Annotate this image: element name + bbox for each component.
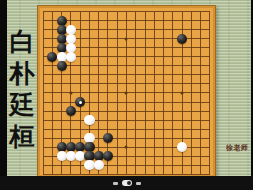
intersection[interactable] bbox=[205, 70, 214, 79]
intersection[interactable] bbox=[168, 107, 177, 116]
intersection[interactable] bbox=[196, 7, 205, 16]
intersection[interactable] bbox=[57, 107, 66, 116]
intersection[interactable] bbox=[177, 116, 186, 125]
intersection[interactable] bbox=[131, 125, 140, 134]
intersection[interactable] bbox=[66, 79, 75, 88]
intersection[interactable] bbox=[85, 16, 94, 25]
intersection[interactable] bbox=[177, 107, 186, 116]
intersection[interactable] bbox=[140, 125, 149, 134]
intersection[interactable] bbox=[159, 25, 168, 34]
intersection[interactable] bbox=[57, 25, 66, 34]
intersection[interactable] bbox=[177, 43, 186, 52]
intersection[interactable] bbox=[196, 34, 205, 43]
intersection[interactable] bbox=[57, 152, 66, 161]
intersection[interactable] bbox=[76, 79, 85, 88]
intersection[interactable] bbox=[48, 79, 57, 88]
intersection[interactable] bbox=[131, 52, 140, 61]
control-left-icon[interactable] bbox=[113, 182, 118, 185]
intersection[interactable] bbox=[140, 98, 149, 107]
intersection[interactable] bbox=[113, 34, 122, 43]
intersection[interactable] bbox=[196, 61, 205, 70]
intersection[interactable] bbox=[122, 98, 131, 107]
intersection[interactable] bbox=[177, 98, 186, 107]
intersection[interactable] bbox=[159, 34, 168, 43]
intersection[interactable] bbox=[39, 7, 48, 16]
intersection[interactable] bbox=[140, 116, 149, 125]
intersection[interactable] bbox=[159, 52, 168, 61]
intersection[interactable] bbox=[76, 61, 85, 70]
intersection[interactable] bbox=[150, 7, 159, 16]
intersection[interactable] bbox=[39, 34, 48, 43]
intersection[interactable] bbox=[94, 25, 103, 34]
intersection[interactable] bbox=[113, 52, 122, 61]
intersection[interactable] bbox=[205, 16, 214, 25]
intersection[interactable] bbox=[57, 70, 66, 79]
intersection[interactable] bbox=[150, 161, 159, 170]
intersection[interactable] bbox=[205, 98, 214, 107]
intersection[interactable] bbox=[187, 116, 196, 125]
play-toggle-icon[interactable] bbox=[122, 180, 132, 186]
intersection[interactable] bbox=[57, 98, 66, 107]
intersection[interactable] bbox=[122, 116, 131, 125]
intersection[interactable] bbox=[131, 70, 140, 79]
go-board-grid[interactable] bbox=[39, 7, 215, 178]
intersection[interactable] bbox=[48, 98, 57, 107]
intersection[interactable] bbox=[159, 61, 168, 70]
intersection[interactable] bbox=[113, 16, 122, 25]
intersection[interactable] bbox=[177, 52, 186, 61]
intersection[interactable] bbox=[159, 107, 168, 116]
intersection[interactable] bbox=[103, 7, 112, 16]
intersection[interactable] bbox=[94, 161, 103, 170]
intersection[interactable] bbox=[140, 52, 149, 61]
intersection[interactable] bbox=[159, 70, 168, 79]
intersection[interactable] bbox=[187, 43, 196, 52]
intersection[interactable] bbox=[150, 134, 159, 143]
intersection[interactable] bbox=[113, 25, 122, 34]
intersection[interactable] bbox=[150, 61, 159, 70]
intersection[interactable] bbox=[196, 143, 205, 152]
intersection[interactable] bbox=[122, 125, 131, 134]
intersection[interactable] bbox=[131, 116, 140, 125]
intersection[interactable] bbox=[140, 143, 149, 152]
intersection[interactable] bbox=[131, 61, 140, 70]
intersection[interactable] bbox=[113, 152, 122, 161]
intersection[interactable] bbox=[150, 107, 159, 116]
intersection[interactable] bbox=[76, 43, 85, 52]
intersection[interactable] bbox=[122, 70, 131, 79]
intersection[interactable] bbox=[66, 7, 75, 16]
intersection[interactable] bbox=[205, 61, 214, 70]
intersection[interactable] bbox=[177, 61, 186, 70]
black-stone[interactable] bbox=[177, 34, 187, 44]
go-board[interactable] bbox=[37, 5, 216, 178]
intersection[interactable] bbox=[48, 152, 57, 161]
intersection[interactable] bbox=[187, 61, 196, 70]
intersection[interactable] bbox=[48, 134, 57, 143]
intersection[interactable] bbox=[140, 34, 149, 43]
intersection[interactable] bbox=[187, 52, 196, 61]
intersection[interactable] bbox=[168, 125, 177, 134]
intersection[interactable] bbox=[205, 25, 214, 34]
intersection[interactable] bbox=[66, 107, 75, 116]
intersection[interactable] bbox=[168, 79, 177, 88]
white-stone[interactable] bbox=[66, 52, 76, 62]
intersection[interactable] bbox=[150, 152, 159, 161]
intersection[interactable] bbox=[187, 125, 196, 134]
intersection[interactable] bbox=[131, 134, 140, 143]
intersection[interactable] bbox=[196, 16, 205, 25]
intersection[interactable] bbox=[103, 61, 112, 70]
intersection[interactable] bbox=[39, 79, 48, 88]
intersection[interactable] bbox=[85, 34, 94, 43]
intersection[interactable] bbox=[187, 34, 196, 43]
intersection[interactable] bbox=[103, 25, 112, 34]
intersection[interactable] bbox=[150, 79, 159, 88]
intersection[interactable] bbox=[94, 70, 103, 79]
intersection[interactable] bbox=[39, 143, 48, 152]
intersection[interactable] bbox=[103, 70, 112, 79]
intersection[interactable] bbox=[168, 70, 177, 79]
intersection[interactable] bbox=[168, 98, 177, 107]
intersection[interactable] bbox=[85, 61, 94, 70]
intersection[interactable] bbox=[177, 88, 186, 97]
intersection[interactable] bbox=[57, 161, 66, 170]
black-stone[interactable] bbox=[57, 61, 67, 71]
intersection[interactable] bbox=[66, 25, 75, 34]
intersection[interactable] bbox=[94, 88, 103, 97]
intersection[interactable] bbox=[113, 43, 122, 52]
intersection[interactable] bbox=[94, 43, 103, 52]
intersection[interactable] bbox=[85, 98, 94, 107]
intersection[interactable] bbox=[131, 98, 140, 107]
intersection[interactable] bbox=[85, 70, 94, 79]
intersection[interactable] bbox=[122, 43, 131, 52]
intersection[interactable] bbox=[168, 116, 177, 125]
intersection[interactable] bbox=[113, 70, 122, 79]
intersection[interactable] bbox=[94, 79, 103, 88]
intersection[interactable] bbox=[66, 16, 75, 25]
intersection[interactable] bbox=[140, 25, 149, 34]
intersection[interactable] bbox=[113, 116, 122, 125]
intersection[interactable] bbox=[57, 52, 66, 61]
intersection[interactable] bbox=[103, 16, 112, 25]
intersection[interactable] bbox=[122, 16, 131, 25]
intersection[interactable] bbox=[48, 161, 57, 170]
intersection[interactable] bbox=[66, 161, 75, 170]
intersection[interactable] bbox=[76, 107, 85, 116]
intersection[interactable] bbox=[48, 16, 57, 25]
intersection[interactable] bbox=[150, 116, 159, 125]
intersection[interactable] bbox=[85, 161, 94, 170]
intersection[interactable] bbox=[168, 161, 177, 170]
intersection[interactable] bbox=[122, 134, 131, 143]
intersection[interactable] bbox=[103, 161, 112, 170]
intersection[interactable] bbox=[113, 134, 122, 143]
intersection[interactable] bbox=[39, 116, 48, 125]
intersection[interactable] bbox=[76, 125, 85, 134]
intersection[interactable] bbox=[205, 88, 214, 97]
white-stone[interactable] bbox=[94, 160, 104, 170]
intersection[interactable] bbox=[85, 88, 94, 97]
intersection[interactable] bbox=[168, 7, 177, 16]
intersection[interactable] bbox=[131, 88, 140, 97]
intersection[interactable] bbox=[48, 70, 57, 79]
intersection[interactable] bbox=[168, 43, 177, 52]
intersection[interactable] bbox=[131, 152, 140, 161]
intersection[interactable] bbox=[57, 125, 66, 134]
intersection[interactable] bbox=[94, 61, 103, 70]
intersection[interactable] bbox=[122, 152, 131, 161]
intersection[interactable] bbox=[187, 16, 196, 25]
intersection[interactable] bbox=[39, 98, 48, 107]
intersection[interactable] bbox=[187, 107, 196, 116]
intersection[interactable] bbox=[131, 43, 140, 52]
intersection[interactable] bbox=[150, 34, 159, 43]
intersection[interactable] bbox=[94, 34, 103, 43]
intersection[interactable] bbox=[66, 43, 75, 52]
intersection[interactable] bbox=[122, 25, 131, 34]
control-right-icon[interactable] bbox=[136, 182, 141, 185]
intersection[interactable] bbox=[159, 7, 168, 16]
intersection[interactable] bbox=[196, 43, 205, 52]
intersection[interactable] bbox=[159, 116, 168, 125]
intersection[interactable] bbox=[48, 34, 57, 43]
intersection[interactable] bbox=[103, 43, 112, 52]
intersection[interactable] bbox=[168, 52, 177, 61]
intersection[interactable] bbox=[103, 152, 112, 161]
intersection[interactable] bbox=[187, 152, 196, 161]
intersection[interactable] bbox=[39, 61, 48, 70]
intersection[interactable] bbox=[140, 152, 149, 161]
intersection[interactable] bbox=[85, 7, 94, 16]
intersection[interactable] bbox=[140, 107, 149, 116]
intersection[interactable] bbox=[57, 7, 66, 16]
intersection[interactable] bbox=[168, 152, 177, 161]
intersection[interactable] bbox=[150, 43, 159, 52]
intersection[interactable] bbox=[94, 134, 103, 143]
intersection[interactable] bbox=[205, 161, 214, 170]
intersection[interactable] bbox=[57, 116, 66, 125]
intersection[interactable] bbox=[39, 25, 48, 34]
intersection[interactable] bbox=[122, 7, 131, 16]
intersection[interactable] bbox=[159, 43, 168, 52]
intersection[interactable] bbox=[57, 34, 66, 43]
intersection[interactable] bbox=[177, 152, 186, 161]
intersection[interactable] bbox=[103, 116, 112, 125]
intersection[interactable] bbox=[122, 61, 131, 70]
intersection[interactable] bbox=[196, 52, 205, 61]
intersection[interactable] bbox=[140, 79, 149, 88]
intersection[interactable] bbox=[122, 79, 131, 88]
intersection[interactable] bbox=[187, 98, 196, 107]
intersection[interactable] bbox=[48, 43, 57, 52]
intersection[interactable] bbox=[76, 34, 85, 43]
intersection[interactable] bbox=[48, 88, 57, 97]
intersection[interactable] bbox=[187, 134, 196, 143]
intersection[interactable] bbox=[150, 125, 159, 134]
intersection[interactable] bbox=[57, 79, 66, 88]
intersection[interactable] bbox=[131, 161, 140, 170]
intersection[interactable] bbox=[177, 143, 186, 152]
intersection[interactable] bbox=[140, 134, 149, 143]
intersection[interactable] bbox=[205, 143, 214, 152]
intersection[interactable] bbox=[39, 70, 48, 79]
intersection[interactable] bbox=[205, 79, 214, 88]
intersection[interactable] bbox=[177, 70, 186, 79]
intersection[interactable] bbox=[113, 61, 122, 70]
intersection[interactable] bbox=[177, 125, 186, 134]
intersection[interactable] bbox=[113, 88, 122, 97]
intersection[interactable] bbox=[187, 25, 196, 34]
intersection[interactable] bbox=[113, 143, 122, 152]
intersection[interactable] bbox=[66, 88, 75, 97]
intersection[interactable] bbox=[159, 143, 168, 152]
intersection[interactable] bbox=[205, 7, 214, 16]
intersection[interactable] bbox=[103, 88, 112, 97]
intersection[interactable] bbox=[205, 52, 214, 61]
intersection[interactable] bbox=[122, 34, 131, 43]
intersection[interactable] bbox=[131, 143, 140, 152]
intersection[interactable] bbox=[205, 116, 214, 125]
intersection[interactable] bbox=[94, 16, 103, 25]
intersection[interactable] bbox=[150, 52, 159, 61]
intersection[interactable] bbox=[159, 16, 168, 25]
intersection[interactable] bbox=[66, 70, 75, 79]
intersection[interactable] bbox=[48, 116, 57, 125]
intersection[interactable] bbox=[196, 79, 205, 88]
intersection[interactable] bbox=[196, 70, 205, 79]
intersection[interactable] bbox=[85, 25, 94, 34]
white-stone[interactable] bbox=[177, 142, 187, 152]
intersection[interactable] bbox=[131, 79, 140, 88]
intersection[interactable] bbox=[48, 7, 57, 16]
intersection[interactable] bbox=[94, 7, 103, 16]
intersection[interactable] bbox=[103, 98, 112, 107]
intersection[interactable] bbox=[150, 25, 159, 34]
intersection[interactable] bbox=[103, 134, 112, 143]
intersection[interactable] bbox=[187, 161, 196, 170]
intersection[interactable] bbox=[76, 70, 85, 79]
intersection[interactable] bbox=[39, 107, 48, 116]
intersection[interactable] bbox=[122, 52, 131, 61]
black-stone[interactable] bbox=[47, 52, 57, 62]
intersection[interactable] bbox=[150, 70, 159, 79]
intersection[interactable] bbox=[140, 161, 149, 170]
intersection[interactable] bbox=[177, 161, 186, 170]
intersection[interactable] bbox=[66, 34, 75, 43]
intersection[interactable] bbox=[57, 43, 66, 52]
intersection[interactable] bbox=[196, 98, 205, 107]
intersection[interactable] bbox=[122, 107, 131, 116]
intersection[interactable] bbox=[159, 134, 168, 143]
intersection[interactable] bbox=[205, 152, 214, 161]
intersection[interactable] bbox=[140, 61, 149, 70]
intersection[interactable] bbox=[196, 161, 205, 170]
intersection[interactable] bbox=[131, 107, 140, 116]
intersection[interactable] bbox=[48, 25, 57, 34]
black-stone[interactable] bbox=[103, 151, 113, 161]
intersection[interactable] bbox=[177, 25, 186, 34]
intersection[interactable] bbox=[131, 7, 140, 16]
black-stone-last-move[interactable] bbox=[75, 97, 85, 107]
intersection[interactable] bbox=[131, 16, 140, 25]
intersection[interactable] bbox=[150, 143, 159, 152]
intersection[interactable] bbox=[196, 107, 205, 116]
intersection[interactable] bbox=[168, 61, 177, 70]
intersection[interactable] bbox=[113, 107, 122, 116]
intersection[interactable] bbox=[76, 52, 85, 61]
intersection[interactable] bbox=[76, 7, 85, 16]
intersection[interactable] bbox=[39, 125, 48, 134]
intersection[interactable] bbox=[187, 143, 196, 152]
intersection[interactable] bbox=[66, 52, 75, 61]
intersection[interactable] bbox=[39, 134, 48, 143]
white-stone[interactable] bbox=[84, 115, 94, 125]
intersection[interactable] bbox=[159, 161, 168, 170]
intersection[interactable] bbox=[150, 16, 159, 25]
intersection[interactable] bbox=[205, 125, 214, 134]
intersection[interactable] bbox=[196, 152, 205, 161]
intersection[interactable] bbox=[140, 16, 149, 25]
intersection[interactable] bbox=[39, 161, 48, 170]
intersection[interactable] bbox=[94, 107, 103, 116]
intersection[interactable] bbox=[103, 79, 112, 88]
intersection[interactable] bbox=[187, 88, 196, 97]
intersection[interactable] bbox=[39, 88, 48, 97]
intersection[interactable] bbox=[113, 125, 122, 134]
intersection[interactable] bbox=[94, 98, 103, 107]
intersection[interactable] bbox=[177, 79, 186, 88]
intersection[interactable] bbox=[205, 34, 214, 43]
intersection[interactable] bbox=[48, 52, 57, 61]
intersection[interactable] bbox=[39, 16, 48, 25]
intersection[interactable] bbox=[66, 116, 75, 125]
intersection[interactable] bbox=[150, 98, 159, 107]
intersection[interactable] bbox=[196, 125, 205, 134]
intersection[interactable] bbox=[39, 152, 48, 161]
intersection[interactable] bbox=[57, 88, 66, 97]
intersection[interactable] bbox=[66, 125, 75, 134]
intersection[interactable] bbox=[187, 7, 196, 16]
intersection[interactable] bbox=[196, 134, 205, 143]
black-stone[interactable] bbox=[103, 133, 113, 143]
intersection[interactable] bbox=[94, 116, 103, 125]
intersection[interactable] bbox=[103, 52, 112, 61]
intersection[interactable] bbox=[76, 98, 85, 107]
intersection[interactable] bbox=[140, 7, 149, 16]
intersection[interactable] bbox=[177, 34, 186, 43]
intersection[interactable] bbox=[205, 43, 214, 52]
intersection[interactable] bbox=[113, 7, 122, 16]
intersection[interactable] bbox=[196, 88, 205, 97]
intersection[interactable] bbox=[196, 25, 205, 34]
intersection[interactable] bbox=[159, 98, 168, 107]
intersection[interactable] bbox=[103, 34, 112, 43]
intersection[interactable] bbox=[103, 107, 112, 116]
intersection[interactable] bbox=[94, 125, 103, 134]
intersection[interactable] bbox=[48, 61, 57, 70]
intersection[interactable] bbox=[159, 152, 168, 161]
intersection[interactable] bbox=[131, 25, 140, 34]
intersection[interactable] bbox=[150, 88, 159, 97]
intersection[interactable] bbox=[122, 161, 131, 170]
intersection[interactable] bbox=[140, 70, 149, 79]
intersection[interactable] bbox=[122, 143, 131, 152]
intersection[interactable] bbox=[94, 52, 103, 61]
intersection[interactable] bbox=[159, 88, 168, 97]
intersection[interactable] bbox=[122, 88, 131, 97]
